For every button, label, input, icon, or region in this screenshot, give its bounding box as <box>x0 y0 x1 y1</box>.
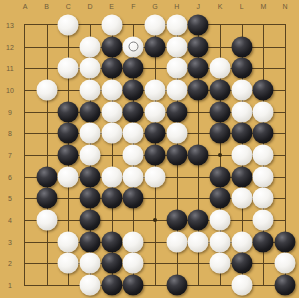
black-stone-D5 <box>80 188 101 209</box>
black-stone-D9 <box>80 101 101 122</box>
black-stone-H9 <box>166 101 187 122</box>
black-stone-N1 <box>275 275 296 296</box>
column-label-F: F <box>131 3 135 10</box>
white-stone-B4 <box>36 210 57 231</box>
white-stone-E10 <box>101 80 122 101</box>
white-stone-C6 <box>58 166 79 187</box>
white-stone-F12 <box>123 36 144 57</box>
row-label-12: 12 <box>6 43 14 50</box>
white-stone-E9 <box>101 101 122 122</box>
white-stone-B10 <box>36 80 57 101</box>
black-stone-K9 <box>210 101 231 122</box>
white-stone-E8 <box>101 123 122 144</box>
white-stone-H13 <box>166 15 187 36</box>
black-stone-F9 <box>123 101 144 122</box>
white-stone-L7 <box>231 145 252 166</box>
white-stone-L1 <box>231 275 252 296</box>
white-stone-D10 <box>80 80 101 101</box>
black-stone-C9 <box>58 101 79 122</box>
white-stone-F7 <box>123 145 144 166</box>
column-label-E: E <box>109 3 114 10</box>
black-stone-K8 <box>210 123 231 144</box>
black-stone-B6 <box>36 166 57 187</box>
black-stone-F1 <box>123 275 144 296</box>
black-stone-H7 <box>166 145 187 166</box>
black-stone-C7 <box>58 145 79 166</box>
column-label-D: D <box>87 3 92 10</box>
go-board[interactable]: ABCDEFGHJKLMN13121110987654321 <box>0 0 299 298</box>
black-stone-E1 <box>101 275 122 296</box>
black-stone-L2 <box>231 253 252 274</box>
black-stone-E5 <box>101 188 122 209</box>
black-stone-J11 <box>188 58 209 79</box>
black-stone-K10 <box>210 80 231 101</box>
row-label-13: 13 <box>6 22 14 29</box>
row-label-2: 2 <box>8 260 12 267</box>
black-stone-L12 <box>231 36 252 57</box>
white-stone-D2 <box>80 253 101 274</box>
white-stone-H3 <box>166 231 187 252</box>
column-label-J: J <box>197 3 201 10</box>
black-stone-F10 <box>123 80 144 101</box>
row-label-4: 4 <box>8 217 12 224</box>
black-stone-E3 <box>101 231 122 252</box>
black-stone-F5 <box>123 188 144 209</box>
black-stone-J7 <box>188 145 209 166</box>
white-stone-G9 <box>145 101 166 122</box>
white-stone-C2 <box>58 253 79 274</box>
black-stone-D6 <box>80 166 101 187</box>
black-stone-H1 <box>166 275 187 296</box>
last-move-marker <box>128 42 138 52</box>
white-stone-H11 <box>166 58 187 79</box>
white-stone-F8 <box>123 123 144 144</box>
black-stone-J10 <box>188 80 209 101</box>
white-stone-M4 <box>253 210 274 231</box>
white-stone-L10 <box>231 80 252 101</box>
row-label-11: 11 <box>6 65 13 72</box>
black-stone-L8 <box>231 123 252 144</box>
column-label-C: C <box>66 3 71 10</box>
column-label-N: N <box>282 3 287 10</box>
black-stone-E11 <box>101 58 122 79</box>
black-stone-G7 <box>145 145 166 166</box>
white-stone-F2 <box>123 253 144 274</box>
white-stone-G13 <box>145 15 166 36</box>
black-stone-F11 <box>123 58 144 79</box>
star-point-K7 <box>218 153 222 157</box>
black-stone-N3 <box>275 231 296 252</box>
white-stone-D8 <box>80 123 101 144</box>
black-stone-D4 <box>80 210 101 231</box>
black-stone-B5 <box>36 188 57 209</box>
black-stone-C8 <box>58 123 79 144</box>
row-label-6: 6 <box>8 173 12 180</box>
white-stone-C3 <box>58 231 79 252</box>
white-stone-L9 <box>231 101 252 122</box>
star-point-G4 <box>153 218 157 222</box>
white-stone-H10 <box>166 80 187 101</box>
white-stone-L5 <box>231 188 252 209</box>
white-stone-L3 <box>231 231 252 252</box>
white-stone-E6 <box>101 166 122 187</box>
black-stone-J12 <box>188 36 209 57</box>
white-stone-M7 <box>253 145 274 166</box>
row-label-9: 9 <box>8 108 12 115</box>
white-stone-E13 <box>101 15 122 36</box>
column-label-M: M <box>260 3 266 10</box>
black-stone-M8 <box>253 123 274 144</box>
white-stone-H12 <box>166 36 187 57</box>
black-stone-D3 <box>80 231 101 252</box>
black-stone-M10 <box>253 80 274 101</box>
column-label-L: L <box>240 3 244 10</box>
black-stone-E12 <box>101 36 122 57</box>
row-label-1: 1 <box>8 282 12 289</box>
black-stone-E2 <box>101 253 122 274</box>
white-stone-G6 <box>145 166 166 187</box>
column-label-G: G <box>152 3 157 10</box>
column-label-A: A <box>23 3 28 10</box>
row-label-5: 5 <box>8 195 12 202</box>
black-stone-M3 <box>253 231 274 252</box>
white-stone-D7 <box>80 145 101 166</box>
black-stone-J4 <box>188 210 209 231</box>
black-stone-J13 <box>188 15 209 36</box>
white-stone-F3 <box>123 231 144 252</box>
column-label-B: B <box>44 3 49 10</box>
white-stone-K11 <box>210 58 231 79</box>
black-stone-H4 <box>166 210 187 231</box>
white-stone-K3 <box>210 231 231 252</box>
white-stone-K2 <box>210 253 231 274</box>
white-stone-N2 <box>275 253 296 274</box>
white-stone-K4 <box>210 210 231 231</box>
black-stone-L11 <box>231 58 252 79</box>
white-stone-D1 <box>80 275 101 296</box>
black-stone-G8 <box>145 123 166 144</box>
white-stone-M5 <box>253 188 274 209</box>
white-stone-D11 <box>80 58 101 79</box>
white-stone-F6 <box>123 166 144 187</box>
white-stone-M9 <box>253 101 274 122</box>
column-label-K: K <box>218 3 223 10</box>
row-label-8: 8 <box>8 130 12 137</box>
white-stone-G10 <box>145 80 166 101</box>
white-stone-D12 <box>80 36 101 57</box>
white-stone-C11 <box>58 58 79 79</box>
white-stone-J3 <box>188 231 209 252</box>
column-label-H: H <box>174 3 179 10</box>
row-label-7: 7 <box>8 152 12 159</box>
black-stone-G12 <box>145 36 166 57</box>
black-stone-K5 <box>210 188 231 209</box>
row-label-3: 3 <box>8 238 12 245</box>
white-stone-M6 <box>253 166 274 187</box>
white-stone-C13 <box>58 15 79 36</box>
black-stone-K6 <box>210 166 231 187</box>
white-stone-H8 <box>166 123 187 144</box>
black-stone-L6 <box>231 166 252 187</box>
row-label-10: 10 <box>6 87 14 94</box>
